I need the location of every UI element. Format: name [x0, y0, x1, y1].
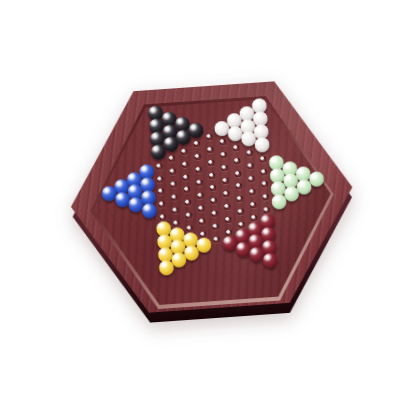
hole-occupied[interactable]	[127, 177, 140, 184]
hole-dimple	[199, 231, 206, 237]
hole[interactable]	[229, 144, 242, 151]
hole-dimple	[222, 191, 229, 197]
hole-dimple	[172, 220, 179, 226]
hole[interactable]	[202, 133, 215, 140]
hole-occupied[interactable]	[172, 258, 185, 265]
hole[interactable]	[166, 181, 179, 188]
hole-dimple	[205, 134, 212, 140]
hole[interactable]	[220, 203, 233, 210]
hole-occupied[interactable]	[255, 143, 268, 150]
hole-dimple	[168, 156, 175, 162]
hole-dimple	[259, 156, 266, 162]
hole[interactable]	[209, 236, 222, 243]
hole-dimple	[248, 189, 255, 195]
hole-dimple	[195, 180, 202, 186]
hole-occupied[interactable]	[183, 238, 196, 245]
hole[interactable]	[152, 163, 165, 170]
hole-dimple	[234, 171, 241, 177]
hole-occupied[interactable]	[197, 243, 210, 250]
hole-dimple	[212, 224, 219, 230]
hole-dimple	[208, 172, 215, 178]
hole-dimple	[169, 169, 176, 175]
hole-occupied[interactable]	[175, 122, 188, 129]
hole-occupied[interactable]	[252, 104, 265, 111]
hole-occupied[interactable]	[158, 253, 171, 260]
hole-occupied[interactable]	[142, 209, 155, 216]
hole[interactable]	[208, 210, 221, 217]
hole-dimple	[261, 182, 268, 188]
hole-dimple	[159, 214, 166, 220]
hole-dimple	[225, 229, 232, 235]
hole-occupied[interactable]	[249, 240, 262, 247]
hole-dimple	[221, 178, 228, 184]
hole-dimple	[181, 161, 188, 167]
hole-dimple	[249, 202, 256, 208]
hole[interactable]	[207, 198, 220, 205]
hole-dimple	[212, 237, 219, 243]
hole[interactable]	[256, 155, 269, 162]
hole-occupied[interactable]	[149, 124, 162, 131]
hole-dimple	[224, 216, 231, 222]
hole-dimple	[235, 183, 242, 189]
hole-dimple	[194, 154, 201, 160]
hole-dimple	[156, 176, 163, 182]
hole-occupied[interactable]	[158, 240, 171, 247]
hole-occupied[interactable]	[115, 185, 128, 192]
hole-occupied[interactable]	[151, 150, 164, 157]
hole[interactable]	[232, 183, 245, 190]
hole-occupied[interactable]	[176, 135, 189, 142]
hole-occupied[interactable]	[253, 117, 266, 124]
hole-dimple	[180, 148, 187, 154]
hole[interactable]	[193, 192, 206, 199]
hole-dimple	[207, 159, 214, 165]
hole[interactable]	[209, 223, 222, 230]
hole-dimple	[219, 139, 226, 145]
hole[interactable]	[190, 141, 203, 148]
hole[interactable]	[242, 150, 255, 157]
hole[interactable]	[221, 216, 234, 223]
hole-occupied[interactable]	[149, 111, 162, 118]
hole-occupied[interactable]	[260, 220, 273, 227]
hole[interactable]	[234, 209, 247, 216]
hole-occupied[interactable]	[310, 177, 323, 184]
hole-dimple	[246, 163, 253, 169]
hole-occupied[interactable]	[170, 232, 183, 239]
hole[interactable]	[258, 181, 271, 188]
holes-grid	[97, 100, 329, 276]
hole[interactable]	[231, 170, 244, 177]
scene	[0, 0, 400, 400]
hole-occupied[interactable]	[296, 172, 309, 179]
hole-occupied[interactable]	[263, 258, 276, 265]
hole-occupied[interactable]	[242, 137, 255, 144]
hole[interactable]	[195, 218, 208, 225]
hole-occupied[interactable]	[141, 196, 154, 203]
hole-occupied[interactable]	[254, 130, 267, 137]
hole-dimple	[247, 176, 254, 182]
hole-occupied[interactable]	[240, 111, 253, 118]
hole-occupied[interactable]	[159, 265, 172, 272]
hole-occupied[interactable]	[129, 203, 142, 210]
hole-dimple	[157, 189, 164, 195]
marble-green[interactable]	[271, 194, 287, 210]
hole[interactable]	[180, 187, 193, 194]
hole-dimple	[220, 165, 227, 171]
hole-dimple	[184, 200, 191, 206]
hole[interactable]	[246, 201, 259, 208]
hole[interactable]	[222, 229, 235, 236]
hole[interactable]	[243, 163, 256, 170]
hole-dimple	[250, 215, 257, 221]
hole[interactable]	[155, 201, 168, 208]
hole-occupied[interactable]	[250, 253, 263, 260]
hole-occupied[interactable]	[262, 245, 275, 252]
marble-black[interactable]	[150, 144, 166, 160]
hole[interactable]	[191, 154, 204, 161]
hole-occupied[interactable]	[284, 179, 297, 186]
hole-occupied[interactable]	[248, 227, 261, 234]
hole[interactable]	[183, 225, 196, 232]
hole-dimple	[197, 205, 204, 211]
hole[interactable]	[192, 179, 205, 186]
hole-occupied[interactable]	[150, 137, 163, 144]
hole[interactable]	[219, 190, 232, 197]
hole[interactable]	[230, 157, 243, 164]
hole[interactable]	[259, 194, 272, 201]
hole-occupied[interactable]	[227, 119, 240, 126]
hole-dimple	[233, 158, 240, 164]
hole-dimple	[262, 194, 269, 200]
hole-occupied[interactable]	[235, 234, 248, 241]
hole-dimple	[262, 207, 269, 213]
hole[interactable]	[167, 194, 180, 201]
hole-dimple	[186, 226, 193, 232]
hole-occupied[interactable]	[241, 124, 254, 131]
hole-dimple	[170, 194, 177, 200]
hole-dimple	[182, 174, 189, 180]
hole-occupied[interactable]	[164, 143, 177, 150]
hole-dimple	[210, 198, 217, 204]
hole[interactable]	[182, 212, 195, 219]
hole-dimple	[232, 145, 239, 151]
hole-occupied[interactable]	[236, 247, 249, 254]
hole-dimple	[209, 185, 216, 191]
hole[interactable]	[234, 221, 247, 228]
hole[interactable]	[178, 161, 191, 168]
hole[interactable]	[233, 196, 246, 203]
marble-blue[interactable]	[141, 203, 157, 219]
hole-dimple	[245, 150, 252, 156]
hole-occupied[interactable]	[285, 192, 298, 199]
hole-dimple	[260, 169, 267, 175]
hole[interactable]	[257, 168, 270, 175]
hole-occupied[interactable]	[140, 170, 153, 177]
hole[interactable]	[156, 214, 169, 221]
hole[interactable]	[206, 185, 219, 192]
hole-occupied[interactable]	[283, 166, 296, 173]
hole[interactable]	[217, 152, 230, 159]
hole-occupied[interactable]	[102, 192, 115, 199]
hole-occupied[interactable]	[228, 132, 241, 139]
hole[interactable]	[153, 176, 166, 183]
hole-occupied[interactable]	[171, 245, 184, 252]
hole-occupied[interactable]	[261, 232, 274, 239]
hole-dimple	[195, 167, 202, 173]
hole-dimple	[220, 152, 227, 158]
hole[interactable]	[218, 177, 231, 184]
hole-occupied[interactable]	[115, 198, 128, 205]
hole[interactable]	[181, 199, 194, 206]
hole-dimple	[169, 181, 176, 187]
hole[interactable]	[154, 188, 167, 195]
hole[interactable]	[216, 139, 229, 146]
hole-occupied[interactable]	[128, 190, 141, 197]
hole-occupied[interactable]	[184, 251, 197, 258]
hole-occupied[interactable]	[189, 128, 202, 135]
hole-occupied[interactable]	[269, 161, 282, 168]
hole-dimple	[211, 211, 218, 217]
hole[interactable]	[179, 174, 192, 181]
hole-occupied[interactable]	[223, 242, 236, 249]
hole[interactable]	[194, 205, 207, 212]
hole-dimple	[237, 222, 244, 228]
hole-occupied[interactable]	[141, 183, 154, 190]
hole-dimple	[198, 218, 205, 224]
chinese-checkers-board	[63, 76, 361, 328]
hole[interactable]	[205, 172, 218, 179]
hole-occupied[interactable]	[270, 174, 283, 181]
hole-dimple	[155, 163, 162, 169]
hole[interactable]	[191, 166, 204, 173]
hole-occupied[interactable]	[157, 227, 170, 234]
hole-occupied[interactable]	[162, 117, 175, 124]
hole[interactable]	[165, 155, 178, 162]
hole-occupied[interactable]	[163, 130, 176, 137]
hole[interactable]	[245, 188, 258, 195]
marble-white[interactable]	[254, 137, 270, 153]
hole[interactable]	[217, 165, 230, 172]
hole-occupied[interactable]	[297, 185, 310, 192]
hole[interactable]	[203, 146, 216, 153]
hole[interactable]	[177, 148, 190, 155]
hole-dimple	[185, 213, 192, 219]
hole[interactable]	[204, 159, 217, 166]
hole-dimple	[183, 187, 190, 193]
hole-occupied[interactable]	[272, 199, 285, 206]
hole-dimple	[206, 147, 213, 153]
hole[interactable]	[247, 214, 260, 221]
hole-dimple	[158, 202, 165, 208]
hole[interactable]	[166, 168, 179, 175]
hole-occupied[interactable]	[271, 187, 284, 194]
hole-occupied[interactable]	[215, 126, 228, 133]
hole-dimple	[193, 141, 200, 147]
hole[interactable]	[196, 231, 209, 238]
hole[interactable]	[168, 207, 181, 214]
hole-dimple	[196, 192, 203, 198]
hole-dimple	[236, 196, 243, 202]
hole[interactable]	[244, 176, 257, 183]
hole[interactable]	[259, 207, 272, 214]
hole-dimple	[237, 209, 244, 215]
hole-dimple	[223, 204, 230, 210]
hole-dimple	[171, 207, 178, 213]
hole[interactable]	[169, 220, 182, 227]
